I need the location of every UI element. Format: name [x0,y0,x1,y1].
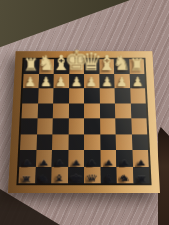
square-h4 [22,103,38,118]
square-e5 [68,118,84,134]
square-e6 [68,134,84,150]
chess-board: ♜♞♝♚♛♝♞♜♟♟♟♟♟♟♟♟♟♟♟♟♟♟♟♟♜♞♝♚♛♝♞♜ [8,51,160,193]
piece-white-rook: ♜ [23,56,39,73]
square-d5 [84,118,100,134]
square-b7: ♟ [116,150,133,166]
piece-white-pawn: ♟ [71,75,83,88]
piece-white-pawn: ♟ [86,75,98,88]
square-g5 [37,118,53,134]
square-h6 [20,134,37,150]
square-h7: ♟ [19,150,36,166]
piece-white-pawn: ♟ [40,75,52,88]
square-a3 [130,88,146,103]
piece-black-pawn: ♟ [22,159,33,167]
square-g1: ♞ [39,59,54,73]
piece-black-pawn: ♟ [135,159,146,167]
square-d3 [84,88,99,103]
square-h2: ♟ [23,74,39,89]
square-e3 [69,88,84,103]
square-f4 [53,103,69,118]
square-h1: ♜ [24,59,40,73]
square-c6 [100,134,116,150]
piece-black-pawn: ♟ [119,159,130,167]
piece-black-bishop: ♝ [53,174,66,183]
piece-black-pawn: ♟ [86,159,97,167]
square-c4 [99,103,115,118]
square-e7: ♟ [68,150,84,166]
square-h8: ♜ [18,166,35,183]
piece-black-rook: ♜ [135,175,147,183]
piece-black-pawn: ♟ [38,159,49,167]
piece-black-bishop: ♝ [102,174,115,183]
square-c5 [100,118,116,134]
square-h5 [21,118,37,134]
square-b8: ♞ [116,166,133,183]
square-c8: ♝ [100,166,117,183]
square-e2: ♟ [69,74,84,89]
piece-black-knight: ♞ [118,174,131,183]
square-c2: ♟ [99,74,114,89]
square-e1: ♚ [69,59,84,73]
square-a6 [131,134,148,150]
square-e8: ♚ [68,166,84,183]
piece-black-knight: ♞ [36,174,49,183]
piece-white-pawn: ♟ [101,75,113,88]
square-d1: ♛ [84,59,99,73]
square-f5 [52,118,68,134]
piece-white-pawn: ♟ [132,75,144,88]
square-a8: ♜ [133,166,150,183]
piece-white-pawn: ♟ [25,75,37,88]
square-b3 [115,88,131,103]
chess-set-photo: ♜♞♝♚♛♝♞♜♟♟♟♟♟♟♟♟♟♟♟♟♟♟♟♟♜♞♝♚♛♝♞♜ [0,0,169,225]
square-a2: ♟ [129,74,145,89]
square-c1: ♝ [99,59,114,73]
square-h3 [22,88,38,103]
chess-board-wrap: ♜♞♝♚♛♝♞♜♟♟♟♟♟♟♟♟♟♟♟♟♟♟♟♟♜♞♝♚♛♝♞♜ [8,33,160,193]
piece-white-pawn: ♟ [55,75,67,88]
piece-black-king: ♚ [68,173,83,183]
square-f7: ♟ [52,150,68,166]
piece-white-pawn: ♟ [116,75,128,88]
square-b6 [116,134,132,150]
square-f3 [53,88,69,103]
piece-black-pawn: ♟ [70,159,81,167]
piece-black-pawn: ♟ [54,159,65,167]
square-g4 [37,103,53,118]
piece-black-rook: ♜ [20,175,32,183]
square-g6 [36,134,52,150]
square-f2: ♟ [53,74,68,89]
square-d6 [84,134,100,150]
piece-white-rook: ♜ [129,56,145,73]
square-f6 [52,134,68,150]
square-g8: ♞ [35,166,52,183]
square-a4 [130,103,146,118]
piece-black-pawn: ♟ [103,159,114,167]
square-g2: ♟ [38,74,54,89]
piece-white-knight: ♞ [37,53,55,73]
square-d4 [84,103,100,118]
square-a1: ♜ [129,59,145,73]
square-b1: ♞ [114,59,129,73]
square-b4 [115,103,131,118]
square-d8: ♛ [84,166,100,183]
square-b2: ♟ [114,74,130,89]
square-d2: ♟ [84,74,99,89]
square-g3 [38,88,54,103]
piece-black-queen: ♛ [85,174,99,184]
square-c7: ♟ [100,150,116,166]
square-g7: ♟ [35,150,52,166]
square-f1: ♝ [54,59,69,73]
square-a5 [131,118,147,134]
square-c3 [99,88,115,103]
board-grid: ♜♞♝♚♛♝♞♜♟♟♟♟♟♟♟♟♟♟♟♟♟♟♟♟♜♞♝♚♛♝♞♜ [16,58,151,186]
square-d7: ♟ [84,150,100,166]
square-a7: ♟ [132,150,149,166]
square-b5 [115,118,131,134]
square-e4 [68,103,84,118]
square-f8: ♝ [51,166,68,183]
